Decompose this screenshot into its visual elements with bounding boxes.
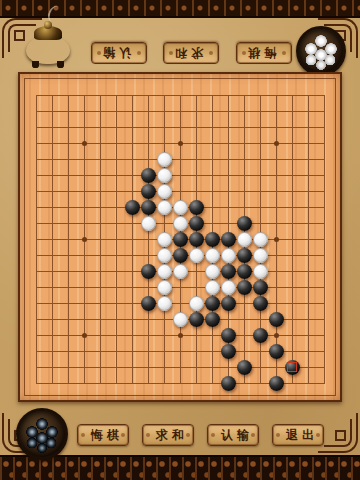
black-stone-l10	[205, 232, 220, 247]
opponent-undo-button[interactable]: 悔棋	[236, 42, 292, 64]
star-point	[82, 141, 87, 146]
black-stone-j9	[173, 248, 188, 263]
black-stone-h14	[141, 168, 156, 183]
white-stone-i8	[157, 264, 172, 279]
black-stone-m3	[221, 344, 236, 359]
white-stone-j11	[173, 216, 188, 231]
black-stone-m6	[221, 296, 236, 311]
resign-label: 认输	[217, 427, 253, 444]
black-stone-n2	[237, 360, 252, 375]
draw-label: 求和	[152, 427, 188, 444]
black-stone-p1	[269, 376, 284, 391]
black-stone-o6	[253, 296, 268, 311]
black-stone-p5	[269, 312, 284, 327]
white-stone-i10	[157, 232, 172, 247]
bottom-ornate-border	[0, 455, 360, 480]
star-point	[178, 141, 183, 146]
black-stone-n11	[237, 216, 252, 231]
black-stone-k5	[189, 312, 204, 327]
exit-label: 退出	[282, 427, 318, 444]
opponent-resign-button[interactable]: 认输	[91, 42, 147, 64]
white-stone-n10	[237, 232, 252, 247]
undo-button[interactable]: 悔棋	[77, 424, 129, 446]
white-stone-l8	[205, 264, 220, 279]
white-stone-o9	[253, 248, 268, 263]
white-stone-j12	[173, 200, 188, 215]
black-stone-k11	[189, 216, 204, 231]
white-stone-i6	[157, 296, 172, 311]
white-stone-l7	[205, 280, 220, 295]
resign-button[interactable]: 认输	[207, 424, 259, 446]
white-stone-h11	[141, 216, 156, 231]
black-stones-bowl-icon	[16, 408, 68, 460]
black-stone-o7	[253, 280, 268, 295]
star-point	[82, 237, 87, 242]
black-stone-l5	[205, 312, 220, 327]
white-stone-i14	[157, 168, 172, 183]
white-stone-i9	[157, 248, 172, 263]
black-stone-h12	[141, 200, 156, 215]
draw-button[interactable]: 求和	[142, 424, 194, 446]
black-stone-k10	[189, 232, 204, 247]
white-stone-j8	[173, 264, 188, 279]
white-stone-m7	[221, 280, 236, 295]
black-stone-m4	[221, 328, 236, 343]
black-stone-h8	[141, 264, 156, 279]
go-board[interactable]	[18, 72, 342, 402]
opponent-draw-button[interactable]: 求和	[163, 42, 219, 64]
star-point	[274, 141, 279, 146]
undo-label: 悔棋	[87, 427, 123, 444]
white-stone-l9	[205, 248, 220, 263]
black-stone-n8	[237, 264, 252, 279]
opponent-resign-label: 认输	[99, 45, 135, 62]
black-stone-o4	[253, 328, 268, 343]
exit-button[interactable]: 退出	[272, 424, 324, 446]
white-stone-i7	[157, 280, 172, 295]
white-stone-o10	[253, 232, 268, 247]
black-stone-l6	[205, 296, 220, 311]
black-stone-p3	[269, 344, 284, 359]
white-stone-k9	[189, 248, 204, 263]
incense-burner-icon	[18, 14, 80, 70]
black-stone-n7	[237, 280, 252, 295]
black-stone-g12	[125, 200, 140, 215]
black-stone-m8	[221, 264, 236, 279]
opponent-undo-label: 悔棋	[244, 45, 280, 62]
black-stone-m1	[221, 376, 236, 391]
white-stone-j5	[173, 312, 188, 327]
white-stone-o8	[253, 264, 268, 279]
black-stone-m10	[221, 232, 236, 247]
white-stone-i13	[157, 184, 172, 199]
last-move-marker	[287, 362, 297, 372]
black-stone-q2	[285, 360, 300, 375]
star-point	[274, 333, 279, 338]
white-stones-bowl-icon	[296, 26, 346, 76]
white-stone-k6	[189, 296, 204, 311]
white-stone-i15	[157, 152, 172, 167]
black-stone-n9	[237, 248, 252, 263]
white-stones-in-bowl	[299, 29, 343, 73]
black-stone-j10	[173, 232, 188, 247]
star-point	[274, 237, 279, 242]
white-stone-m9	[221, 248, 236, 263]
star-point	[82, 333, 87, 338]
black-stones-in-bowl	[19, 411, 65, 457]
black-stone-h13	[141, 184, 156, 199]
star-point	[178, 333, 183, 338]
black-stone-k12	[189, 200, 204, 215]
white-stone-i12	[157, 200, 172, 215]
go-app-screen: { "app": {"name": "围棋对弈 (Go game)"}, "ga…	[0, 0, 360, 480]
black-stone-h6	[141, 296, 156, 311]
corner-lattice-bottom-right	[318, 413, 358, 453]
opponent-draw-label: 求和	[171, 45, 207, 62]
